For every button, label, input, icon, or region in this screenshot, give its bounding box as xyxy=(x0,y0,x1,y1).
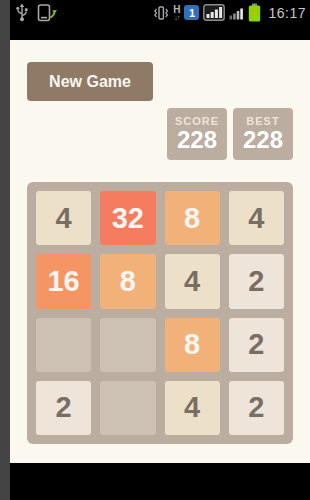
board-cell: 4 xyxy=(229,191,284,245)
board-grid[interactable]: 4 32 8 4 16 8 4 2 8 2 2 4 2 xyxy=(27,182,293,444)
status-right-icons: H ↓↑ 1 xyxy=(153,3,306,22)
board-cell: 4 xyxy=(36,191,91,245)
phone-screen: H ↓↑ 1 xyxy=(10,0,310,500)
board-cell: 4 xyxy=(165,381,220,435)
board-cell: 8 xyxy=(100,254,155,308)
board-cell: 8 xyxy=(165,318,220,372)
board-cell xyxy=(100,318,155,372)
game-area: New Game SCORE 228 BEST 228 4 32 8 4 16 … xyxy=(10,40,310,463)
screen-rotation-icon xyxy=(37,3,57,22)
board-cell: 2 xyxy=(229,381,284,435)
sim1-badge: 1 xyxy=(184,5,199,20)
scoreboard: SCORE 228 BEST 228 xyxy=(167,108,293,160)
board-cell xyxy=(100,381,155,435)
hspa-icon: H ↓↑ xyxy=(173,5,180,21)
new-game-button[interactable]: New Game xyxy=(27,62,153,101)
status-bar-row: H ↓↑ 1 xyxy=(10,0,310,24)
signal-bars-boxed-icon xyxy=(203,4,225,21)
battery-charging-icon xyxy=(248,3,261,22)
board-cell: 4 xyxy=(165,254,220,308)
vibrate-icon xyxy=(153,5,169,21)
board-cell: 2 xyxy=(229,318,284,372)
board-cell: 16 xyxy=(36,254,91,308)
best-box: BEST 228 xyxy=(233,108,293,160)
board-cell: 32 xyxy=(100,191,155,245)
clock-text: 16:17 xyxy=(268,5,306,21)
board-cell: 8 xyxy=(165,191,220,245)
usb-icon xyxy=(14,3,30,22)
status-bar: H ↓↑ 1 xyxy=(10,0,310,40)
best-value: 228 xyxy=(243,127,283,153)
score-box: SCORE 228 xyxy=(167,108,227,160)
score-value: 228 xyxy=(177,127,217,153)
board-cell: 2 xyxy=(229,254,284,308)
bottom-black-bar xyxy=(10,463,310,500)
hspa-arrows: ↓↑ xyxy=(174,14,179,21)
board-cell xyxy=(36,318,91,372)
status-left-icons xyxy=(14,3,57,22)
board-cell: 2 xyxy=(36,381,91,435)
signal-bars-icon xyxy=(229,6,244,20)
